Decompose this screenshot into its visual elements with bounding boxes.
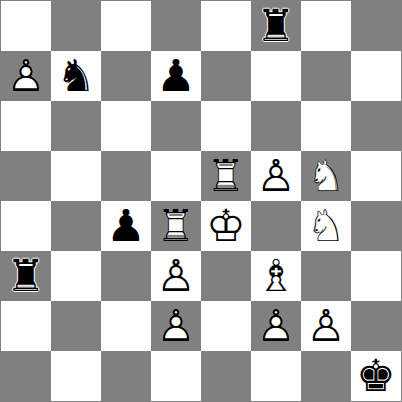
square-f2[interactable]: ♟♙ bbox=[251, 301, 301, 351]
square-g4[interactable]: ♞♘ bbox=[301, 201, 351, 251]
white-king-outline-glyph: ♔ bbox=[201, 201, 251, 251]
square-c7[interactable] bbox=[101, 51, 151, 101]
square-h4[interactable] bbox=[351, 201, 401, 251]
square-f7[interactable] bbox=[251, 51, 301, 101]
white-king-piece: ♚♔ bbox=[201, 201, 251, 251]
square-f3[interactable]: ♝♗ bbox=[251, 251, 301, 301]
square-a3[interactable]: ♜ bbox=[1, 251, 51, 301]
white-pawn-outline-glyph: ♙ bbox=[151, 251, 201, 301]
square-g8[interactable] bbox=[301, 1, 351, 51]
square-d4[interactable]: ♜♖ bbox=[151, 201, 201, 251]
square-c6[interactable] bbox=[101, 101, 151, 151]
white-pawn-outline-glyph: ♙ bbox=[151, 301, 201, 351]
white-pawn-piece: ♟♙ bbox=[301, 301, 351, 351]
black-pawn-piece: ♟ bbox=[101, 201, 151, 251]
square-b8[interactable] bbox=[51, 1, 101, 51]
square-d7[interactable]: ♟ bbox=[151, 51, 201, 101]
square-c2[interactable] bbox=[101, 301, 151, 351]
square-e7[interactable] bbox=[201, 51, 251, 101]
white-pawn-outline-glyph: ♙ bbox=[1, 51, 51, 101]
black-pawn-glyph: ♟ bbox=[151, 51, 201, 101]
square-h8[interactable] bbox=[351, 1, 401, 51]
square-h5[interactable] bbox=[351, 151, 401, 201]
square-c1[interactable] bbox=[101, 351, 151, 401]
white-rook-outline-glyph: ♖ bbox=[201, 151, 251, 201]
square-g5[interactable]: ♞♘ bbox=[301, 151, 351, 201]
square-h3[interactable] bbox=[351, 251, 401, 301]
square-h7[interactable] bbox=[351, 51, 401, 101]
black-knight-piece: ♞ bbox=[51, 51, 101, 101]
square-d5[interactable] bbox=[151, 151, 201, 201]
square-b5[interactable] bbox=[51, 151, 101, 201]
square-e4[interactable]: ♚♔ bbox=[201, 201, 251, 251]
square-a5[interactable] bbox=[1, 151, 51, 201]
square-d6[interactable] bbox=[151, 101, 201, 151]
white-knight-outline-glyph: ♘ bbox=[301, 151, 351, 201]
square-e8[interactable] bbox=[201, 1, 251, 51]
black-pawn-piece: ♟ bbox=[151, 51, 201, 101]
white-pawn-piece: ♟♙ bbox=[151, 301, 201, 351]
square-a7[interactable]: ♟♙ bbox=[1, 51, 51, 101]
square-e3[interactable] bbox=[201, 251, 251, 301]
black-king-glyph: ♚ bbox=[351, 351, 401, 401]
black-rook-piece: ♜ bbox=[251, 1, 301, 51]
white-pawn-outline-glyph: ♙ bbox=[251, 301, 301, 351]
square-b3[interactable] bbox=[51, 251, 101, 301]
square-h1[interactable]: ♚ bbox=[351, 351, 401, 401]
white-pawn-outline-glyph: ♙ bbox=[251, 151, 301, 201]
black-king-piece: ♚ bbox=[351, 351, 401, 401]
square-c3[interactable] bbox=[101, 251, 151, 301]
square-g2[interactable]: ♟♙ bbox=[301, 301, 351, 351]
square-b1[interactable] bbox=[51, 351, 101, 401]
square-h6[interactable] bbox=[351, 101, 401, 151]
square-a6[interactable] bbox=[1, 101, 51, 151]
square-d2[interactable]: ♟♙ bbox=[151, 301, 201, 351]
square-d3[interactable]: ♟♙ bbox=[151, 251, 201, 301]
square-f1[interactable] bbox=[251, 351, 301, 401]
square-f5[interactable]: ♟♙ bbox=[251, 151, 301, 201]
white-bishop-piece: ♝♗ bbox=[251, 251, 301, 301]
black-rook-piece: ♜ bbox=[1, 251, 51, 301]
square-e1[interactable] bbox=[201, 351, 251, 401]
black-rook-glyph: ♜ bbox=[251, 1, 301, 51]
square-b7[interactable]: ♞ bbox=[51, 51, 101, 101]
square-a4[interactable] bbox=[1, 201, 51, 251]
black-knight-glyph: ♞ bbox=[51, 51, 101, 101]
square-c4[interactable]: ♟ bbox=[101, 201, 151, 251]
square-b2[interactable] bbox=[51, 301, 101, 351]
square-e2[interactable] bbox=[201, 301, 251, 351]
square-f8[interactable]: ♜ bbox=[251, 1, 301, 51]
white-pawn-piece: ♟♙ bbox=[151, 251, 201, 301]
square-c5[interactable] bbox=[101, 151, 151, 201]
square-e6[interactable] bbox=[201, 101, 251, 151]
square-a2[interactable] bbox=[1, 301, 51, 351]
square-d8[interactable] bbox=[151, 1, 201, 51]
square-g6[interactable] bbox=[301, 101, 351, 151]
square-c8[interactable] bbox=[101, 1, 151, 51]
white-rook-outline-glyph: ♖ bbox=[151, 201, 201, 251]
board-container: ♜♟♙♞♟♜♖♟♙♞♘♟♜♖♚♔♞♘♜♟♙♝♗♟♙♟♙♟♙♚ bbox=[0, 0, 402, 402]
white-bishop-outline-glyph: ♗ bbox=[251, 251, 301, 301]
white-knight-outline-glyph: ♘ bbox=[301, 201, 351, 251]
black-rook-glyph: ♜ bbox=[1, 251, 51, 301]
black-pawn-glyph: ♟ bbox=[101, 201, 151, 251]
white-pawn-piece: ♟♙ bbox=[251, 301, 301, 351]
white-knight-piece: ♞♘ bbox=[301, 151, 351, 201]
square-a8[interactable] bbox=[1, 1, 51, 51]
white-pawn-piece: ♟♙ bbox=[251, 151, 301, 201]
chess-board: ♜♟♙♞♟♜♖♟♙♞♘♟♜♖♚♔♞♘♜♟♙♝♗♟♙♟♙♟♙♚ bbox=[0, 0, 402, 402]
square-d1[interactable] bbox=[151, 351, 201, 401]
square-g1[interactable] bbox=[301, 351, 351, 401]
white-pawn-outline-glyph: ♙ bbox=[301, 301, 351, 351]
square-b4[interactable] bbox=[51, 201, 101, 251]
square-h2[interactable] bbox=[351, 301, 401, 351]
square-a1[interactable] bbox=[1, 351, 51, 401]
square-e5[interactable]: ♜♖ bbox=[201, 151, 251, 201]
square-f6[interactable] bbox=[251, 101, 301, 151]
square-g3[interactable] bbox=[301, 251, 351, 301]
white-rook-piece: ♜♖ bbox=[201, 151, 251, 201]
white-knight-piece: ♞♘ bbox=[301, 201, 351, 251]
square-f4[interactable] bbox=[251, 201, 301, 251]
white-pawn-piece: ♟♙ bbox=[1, 51, 51, 101]
white-rook-piece: ♜♖ bbox=[151, 201, 201, 251]
square-b6[interactable] bbox=[51, 101, 101, 151]
square-g7[interactable] bbox=[301, 51, 351, 101]
